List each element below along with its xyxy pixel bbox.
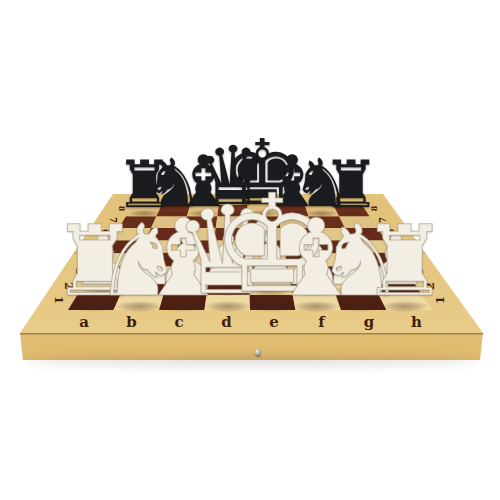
front-clasp-screw[interactable] xyxy=(255,349,261,356)
piece-white-rook-h1[interactable]: ♜ xyxy=(332,216,478,309)
box-ground-shadow[interactable] xyxy=(26,356,478,366)
chess-set-photo: abcdefgh1122334455667788♜♞♝♛♚♝♞♜♟♟♟♟♟♟♟♟… xyxy=(0,0,500,500)
